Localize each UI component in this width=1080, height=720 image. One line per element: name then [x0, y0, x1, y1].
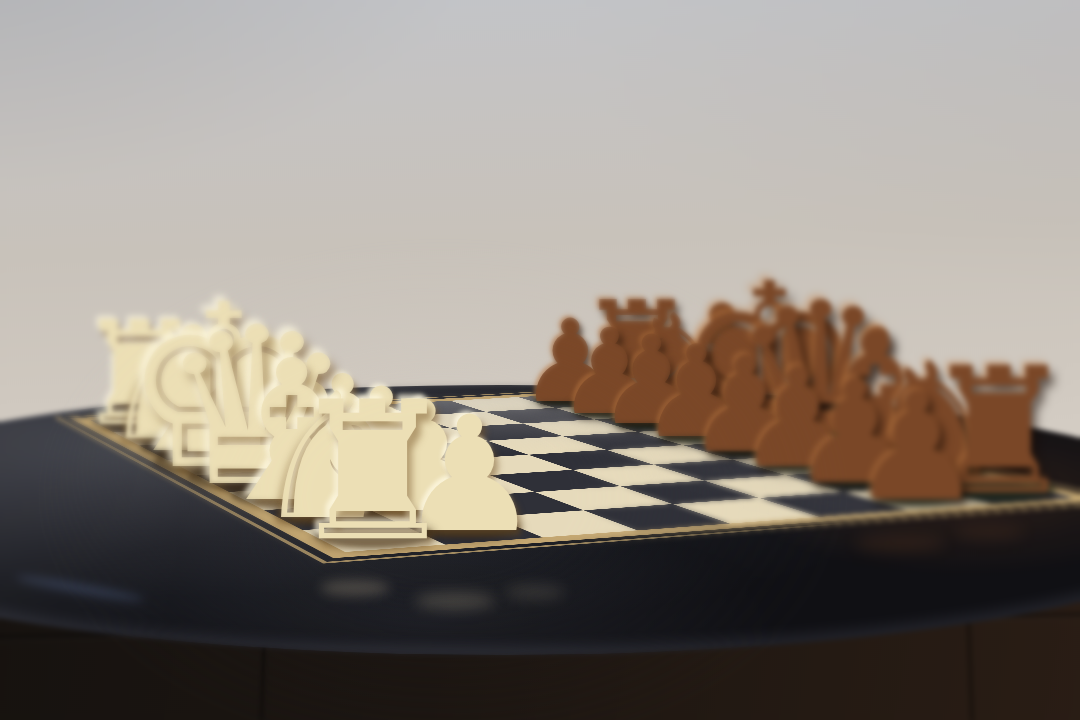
- piece-white-rook-a1[interactable]: ♜: [287, 376, 459, 567]
- photo-scene: ♜♞♝♛♚♝♞♜♟♟♟♟♟♟♟♟♟♟♟♟♟♟♟♟♜♞♝♛♚♝♞♜ chess r…: [0, 0, 1080, 720]
- piece-black-pawn-a7[interactable]: ♟: [850, 373, 984, 522]
- felt-pad: [870, 486, 963, 505]
- piece-layer: ♜♞♝♛♚♝♞♜♟♟♟♟♟♟♟♟♟♟♟♟♟♟♟♟♜♞♝♛♚♝♞♜: [0, 0, 1080, 720]
- felt-pad: [313, 522, 432, 547]
